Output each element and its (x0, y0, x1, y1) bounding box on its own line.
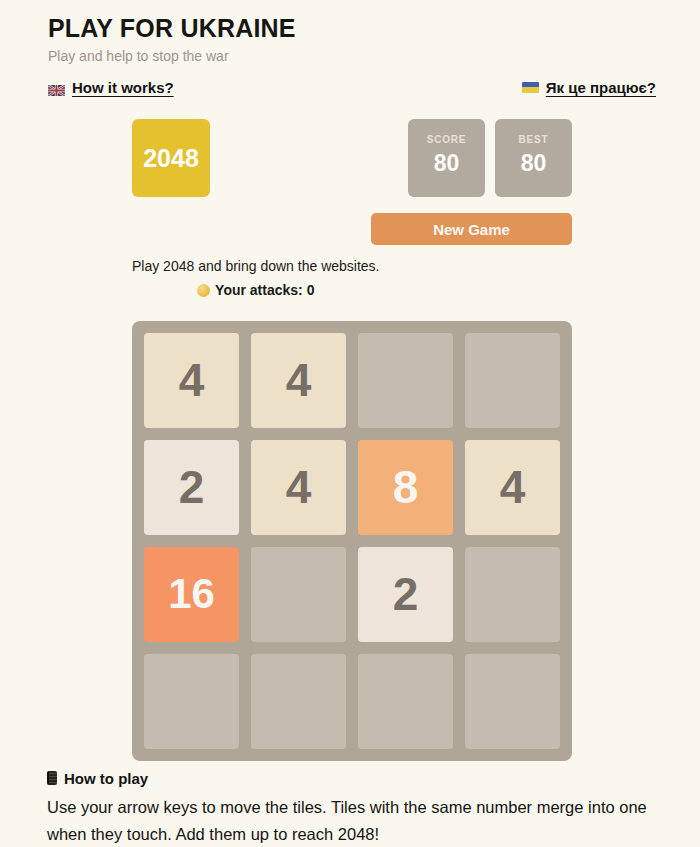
best-box: BEST 80 (495, 119, 572, 197)
cell-r3c0 (144, 654, 239, 749)
how-to-play-heading: How to play (47, 770, 656, 787)
cell-r3c1 (251, 654, 346, 749)
cell-r1c3: 4 (465, 440, 560, 535)
score-value: 80 (434, 150, 460, 177)
page-subtitle: Play and help to stop the war (48, 48, 656, 64)
fist-icon (197, 284, 210, 297)
cell-r3c3 (465, 654, 560, 749)
how-it-works-link-en[interactable]: How it works? (48, 79, 174, 96)
instructions-text: Use your arrow keys to move the tiles. T… (47, 794, 656, 847)
score-label: SCORE (427, 134, 467, 145)
tagline-text: Play 2048 and bring down the websites. (132, 258, 380, 274)
page-header: PLAY FOR UKRAINE Play and help to stop t… (0, 0, 700, 96)
messages-block: Play 2048 and bring down the websites. Y… (132, 258, 380, 298)
notebook-icon (47, 771, 57, 785)
best-value: 80 (521, 150, 547, 177)
cell-r0c3 (465, 333, 560, 428)
cell-r2c3 (465, 547, 560, 642)
cell-r0c1: 4 (251, 333, 346, 428)
footer-help: How to play Use your arrow keys to move … (47, 770, 656, 847)
cell-r0c2 (358, 333, 453, 428)
attacks-text: Your attacks: 0 (215, 282, 314, 298)
cell-r2c1 (251, 547, 346, 642)
how-it-works-ua-label: Як це працює? (546, 79, 656, 96)
score-controls: SCORE 80 BEST 80 New Game (371, 119, 572, 245)
how-it-works-label: How it works? (72, 79, 174, 96)
cell-r0c0: 4 (144, 333, 239, 428)
score-box: SCORE 80 (408, 119, 485, 197)
ukraine-flag-icon (522, 82, 539, 93)
cell-r2c0: 16 (144, 547, 239, 642)
logo-2048-tile: 2048 (132, 119, 210, 197)
how-it-works-link-ua[interactable]: Як це працює? (522, 79, 656, 96)
game-board-2048[interactable]: 4 4 2 4 8 4 16 2 (132, 321, 572, 761)
cell-r1c1: 4 (251, 440, 346, 535)
best-label: BEST (519, 134, 549, 145)
cell-r2c2: 2 (358, 547, 453, 642)
new-game-button[interactable]: New Game (371, 213, 572, 245)
attacks-counter: Your attacks: 0 (132, 282, 380, 298)
scoreboard-row: 2048 SCORE 80 BEST 80 New Game (132, 119, 572, 245)
game-area: 2048 SCORE 80 BEST 80 New Game Play 2048… (132, 119, 572, 761)
score-boxes: SCORE 80 BEST 80 (371, 119, 572, 197)
cell-r3c2 (358, 654, 453, 749)
language-links-row: How it works? Як це працює? (48, 79, 656, 96)
cell-r1c2: 8 (358, 440, 453, 535)
cell-r1c0: 2 (144, 440, 239, 535)
how-to-play-label: How to play (64, 770, 148, 787)
uk-flag-icon (48, 82, 65, 93)
page-title: PLAY FOR UKRAINE (48, 14, 656, 43)
